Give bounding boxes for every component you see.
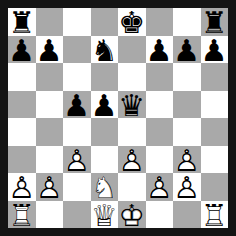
square-c7[interactable] bbox=[63, 36, 91, 64]
square-d5[interactable]: ♟ bbox=[91, 91, 119, 119]
square-b5[interactable] bbox=[36, 91, 64, 119]
piece-outline-glyph: ♖ bbox=[201, 201, 229, 229]
square-f4[interactable] bbox=[146, 118, 174, 146]
square-d3[interactable] bbox=[91, 146, 119, 174]
square-e1[interactable]: ♚♔ bbox=[118, 201, 146, 229]
piece-glyph: ♟ bbox=[63, 91, 91, 119]
square-a8[interactable]: ♜ bbox=[8, 8, 36, 36]
square-a4[interactable] bbox=[8, 118, 36, 146]
square-e8[interactable]: ♚ bbox=[118, 8, 146, 36]
square-d8[interactable] bbox=[91, 8, 119, 36]
square-f5[interactable] bbox=[146, 91, 174, 119]
piece-black-pawn[interactable]: ♟ bbox=[63, 91, 91, 119]
square-h8[interactable]: ♜ bbox=[201, 8, 229, 36]
square-c3[interactable]: ♟♙ bbox=[63, 146, 91, 174]
square-d7[interactable]: ♞ bbox=[91, 36, 119, 64]
square-d2[interactable]: ♞♘ bbox=[91, 173, 119, 201]
square-g2[interactable]: ♟♙ bbox=[173, 173, 201, 201]
piece-white-pawn[interactable]: ♟♙ bbox=[173, 173, 201, 201]
square-g5[interactable] bbox=[173, 91, 201, 119]
square-b4[interactable] bbox=[36, 118, 64, 146]
piece-white-rook[interactable]: ♜♖ bbox=[201, 201, 229, 229]
square-a7[interactable]: ♟ bbox=[8, 36, 36, 64]
piece-white-pawn[interactable]: ♟♙ bbox=[146, 173, 174, 201]
square-e3[interactable]: ♟♙ bbox=[118, 146, 146, 174]
square-h1[interactable]: ♜♖ bbox=[201, 201, 229, 229]
square-c6[interactable] bbox=[63, 63, 91, 91]
piece-outline-glyph: ♙ bbox=[173, 173, 201, 201]
piece-outline-glyph: ♙ bbox=[146, 173, 174, 201]
piece-outline-glyph: ♙ bbox=[118, 146, 146, 174]
piece-outline-glyph: ♕ bbox=[91, 201, 119, 229]
piece-outline-glyph: ♙ bbox=[8, 173, 36, 201]
square-c8[interactable] bbox=[63, 8, 91, 36]
piece-outline-glyph: ♙ bbox=[173, 146, 201, 174]
square-f2[interactable]: ♟♙ bbox=[146, 173, 174, 201]
chess-board: ♜♚♜♟♟♞♟♟♟♟♟♛♟♙♟♙♟♙♟♙♟♙♞♘♟♙♟♙♜♖♛♕♚♔♜♖ bbox=[8, 8, 228, 228]
square-d1[interactable]: ♛♕ bbox=[91, 201, 119, 229]
piece-glyph: ♜ bbox=[201, 8, 229, 36]
piece-glyph: ♟ bbox=[146, 36, 174, 64]
piece-glyph: ♜ bbox=[8, 8, 36, 36]
square-h2[interactable] bbox=[201, 173, 229, 201]
piece-glyph: ♟ bbox=[91, 91, 119, 119]
piece-glyph: ♟ bbox=[201, 36, 229, 64]
square-a3[interactable] bbox=[8, 146, 36, 174]
piece-black-pawn[interactable]: ♟ bbox=[146, 36, 174, 64]
square-c1[interactable] bbox=[63, 201, 91, 229]
piece-glyph: ♟ bbox=[8, 36, 36, 64]
piece-white-pawn[interactable]: ♟♙ bbox=[63, 146, 91, 174]
square-h7[interactable]: ♟ bbox=[201, 36, 229, 64]
piece-outline-glyph: ♔ bbox=[118, 201, 146, 229]
piece-black-pawn[interactable]: ♟ bbox=[173, 36, 201, 64]
piece-glyph: ♟ bbox=[36, 36, 64, 64]
piece-white-king[interactable]: ♚♔ bbox=[118, 201, 146, 229]
piece-black-rook[interactable]: ♜ bbox=[8, 8, 36, 36]
square-e5[interactable]: ♛ bbox=[118, 91, 146, 119]
square-f7[interactable]: ♟ bbox=[146, 36, 174, 64]
piece-white-pawn[interactable]: ♟♙ bbox=[8, 173, 36, 201]
square-b7[interactable]: ♟ bbox=[36, 36, 64, 64]
piece-black-pawn[interactable]: ♟ bbox=[36, 36, 64, 64]
square-e6[interactable] bbox=[118, 63, 146, 91]
piece-black-pawn[interactable]: ♟ bbox=[201, 36, 229, 64]
piece-glyph: ♚ bbox=[118, 8, 146, 36]
square-h4[interactable] bbox=[201, 118, 229, 146]
square-a2[interactable]: ♟♙ bbox=[8, 173, 36, 201]
piece-black-king[interactable]: ♚ bbox=[118, 8, 146, 36]
piece-outline-glyph: ♖ bbox=[8, 201, 36, 229]
square-b3[interactable] bbox=[36, 146, 64, 174]
piece-black-queen[interactable]: ♛ bbox=[118, 91, 146, 119]
square-g3[interactable]: ♟♙ bbox=[173, 146, 201, 174]
piece-black-pawn[interactable]: ♟ bbox=[91, 91, 119, 119]
square-h3[interactable] bbox=[201, 146, 229, 174]
square-g4[interactable] bbox=[173, 118, 201, 146]
piece-white-rook[interactable]: ♜♖ bbox=[8, 201, 36, 229]
square-b2[interactable]: ♟♙ bbox=[36, 173, 64, 201]
piece-white-pawn[interactable]: ♟♙ bbox=[36, 173, 64, 201]
square-a1[interactable]: ♜♖ bbox=[8, 201, 36, 229]
piece-white-pawn[interactable]: ♟♙ bbox=[118, 146, 146, 174]
piece-white-queen[interactable]: ♛♕ bbox=[91, 201, 119, 229]
square-h5[interactable] bbox=[201, 91, 229, 119]
square-f8[interactable] bbox=[146, 8, 174, 36]
piece-glyph: ♟ bbox=[173, 36, 201, 64]
square-a5[interactable] bbox=[8, 91, 36, 119]
piece-outline-glyph: ♙ bbox=[36, 173, 64, 201]
piece-glyph: ♛ bbox=[118, 91, 146, 119]
square-c5[interactable]: ♟ bbox=[63, 91, 91, 119]
square-b8[interactable] bbox=[36, 8, 64, 36]
piece-outline-glyph: ♙ bbox=[63, 146, 91, 174]
piece-black-knight[interactable]: ♞ bbox=[91, 36, 119, 64]
square-f3[interactable] bbox=[146, 146, 174, 174]
piece-outline-glyph: ♘ bbox=[91, 173, 119, 201]
piece-black-pawn[interactable]: ♟ bbox=[8, 36, 36, 64]
square-g7[interactable]: ♟ bbox=[173, 36, 201, 64]
square-g8[interactable] bbox=[173, 8, 201, 36]
piece-white-pawn[interactable]: ♟♙ bbox=[173, 146, 201, 174]
piece-black-rook[interactable]: ♜ bbox=[201, 8, 229, 36]
piece-white-knight[interactable]: ♞♘ bbox=[91, 173, 119, 201]
chess-board-frame: ♜♚♜♟♟♞♟♟♟♟♟♛♟♙♟♙♟♙♟♙♟♙♞♘♟♙♟♙♜♖♛♕♚♔♜♖ bbox=[0, 0, 236, 236]
piece-glyph: ♞ bbox=[91, 36, 119, 64]
